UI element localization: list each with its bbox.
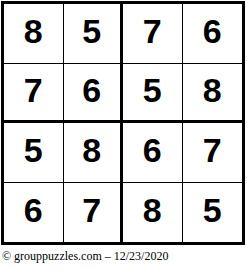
sudoku-cell-r4c4[interactable]: 5 — [183, 183, 243, 243]
sudoku-cell-r4c1[interactable]: 6 — [4, 183, 64, 243]
sudoku-cell-r1c3[interactable]: 7 — [123, 4, 183, 64]
sudoku-cell-r2c1[interactable]: 7 — [4, 64, 64, 124]
sudoku-board: 8 5 7 6 7 6 5 8 5 8 6 7 6 7 8 5 — [1, 1, 245, 245]
sudoku-cell-r2c3[interactable]: 5 — [123, 64, 183, 124]
sudoku-cell-r3c4[interactable]: 7 — [183, 123, 243, 183]
sudoku-cell-r2c2[interactable]: 6 — [64, 64, 124, 124]
sudoku-cell-r1c2[interactable]: 5 — [64, 4, 124, 64]
sudoku-cell-r1c1[interactable]: 8 — [4, 4, 64, 64]
sudoku-cell-r3c2[interactable]: 8 — [64, 123, 124, 183]
sudoku-cell-r4c3[interactable]: 8 — [123, 183, 183, 243]
sudoku-cell-r4c2[interactable]: 7 — [64, 183, 124, 243]
sudoku-cell-r2c4[interactable]: 8 — [183, 64, 243, 124]
sudoku-cell-r3c1[interactable]: 5 — [4, 123, 64, 183]
sudoku-cell-r1c4[interactable]: 6 — [183, 4, 243, 64]
sudoku-page: 8 5 7 6 7 6 5 8 5 8 6 7 6 7 8 5 © groupp… — [0, 0, 247, 269]
sudoku-cell-r3c3[interactable]: 6 — [123, 123, 183, 183]
copyright-text: © grouppuzzles.com – 12/23/2020 — [2, 249, 245, 264]
